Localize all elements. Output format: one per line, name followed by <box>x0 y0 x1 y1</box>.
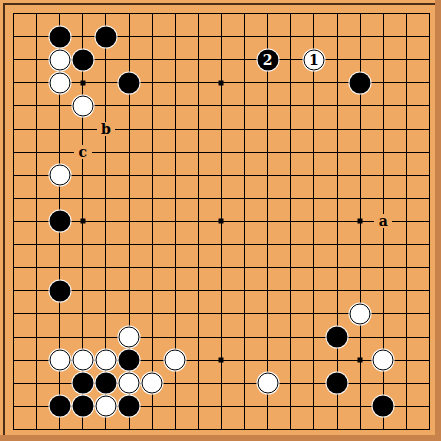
black-stone <box>72 396 93 417</box>
black-stone <box>327 373 348 394</box>
white-stone <box>95 350 116 371</box>
white-stone <box>350 303 371 324</box>
white-stone <box>165 350 186 371</box>
move-number-2: 2 <box>263 53 273 67</box>
black-stone <box>72 373 93 394</box>
black-stone <box>95 373 116 394</box>
white-stone <box>373 350 394 371</box>
black-stone <box>95 26 116 47</box>
white-stone <box>142 373 163 394</box>
white-stone <box>257 373 278 394</box>
black-stone <box>119 72 140 93</box>
black-stone <box>327 327 348 348</box>
black-stone <box>119 350 140 371</box>
star-point <box>219 358 224 363</box>
star-point <box>358 358 363 363</box>
move-number-1: 1 <box>309 53 319 67</box>
white-stone: 1 <box>303 49 324 70</box>
white-stone <box>49 72 70 93</box>
black-stone <box>72 49 93 70</box>
white-stone <box>49 49 70 70</box>
black-stone <box>49 396 70 417</box>
white-stone <box>49 350 70 371</box>
star-point <box>219 80 224 85</box>
goban[interactable]: 21abc <box>0 0 441 441</box>
point-label-a: a <box>374 214 392 228</box>
black-stone <box>49 280 70 301</box>
white-stone <box>49 165 70 186</box>
star-point <box>80 219 85 224</box>
white-stone <box>119 327 140 348</box>
board-frame-crease-top <box>3 3 436 5</box>
board-edge-shadow-right <box>435 0 441 441</box>
star-point <box>80 80 85 85</box>
board-grid: 21abc <box>13 13 430 430</box>
board-frame-crease-left <box>3 3 5 436</box>
white-stone <box>72 95 93 116</box>
black-stone <box>49 211 70 232</box>
star-point <box>358 219 363 224</box>
point-label-b: b <box>97 122 115 136</box>
white-stone <box>95 396 116 417</box>
white-stone <box>119 373 140 394</box>
board-edge-shadow-bottom <box>0 435 441 441</box>
black-stone: 2 <box>257 49 278 70</box>
black-stone <box>350 72 371 93</box>
black-stone <box>119 396 140 417</box>
black-stone <box>373 396 394 417</box>
black-stone <box>49 26 70 47</box>
point-label-c: c <box>74 145 92 159</box>
star-point <box>219 219 224 224</box>
white-stone <box>72 350 93 371</box>
